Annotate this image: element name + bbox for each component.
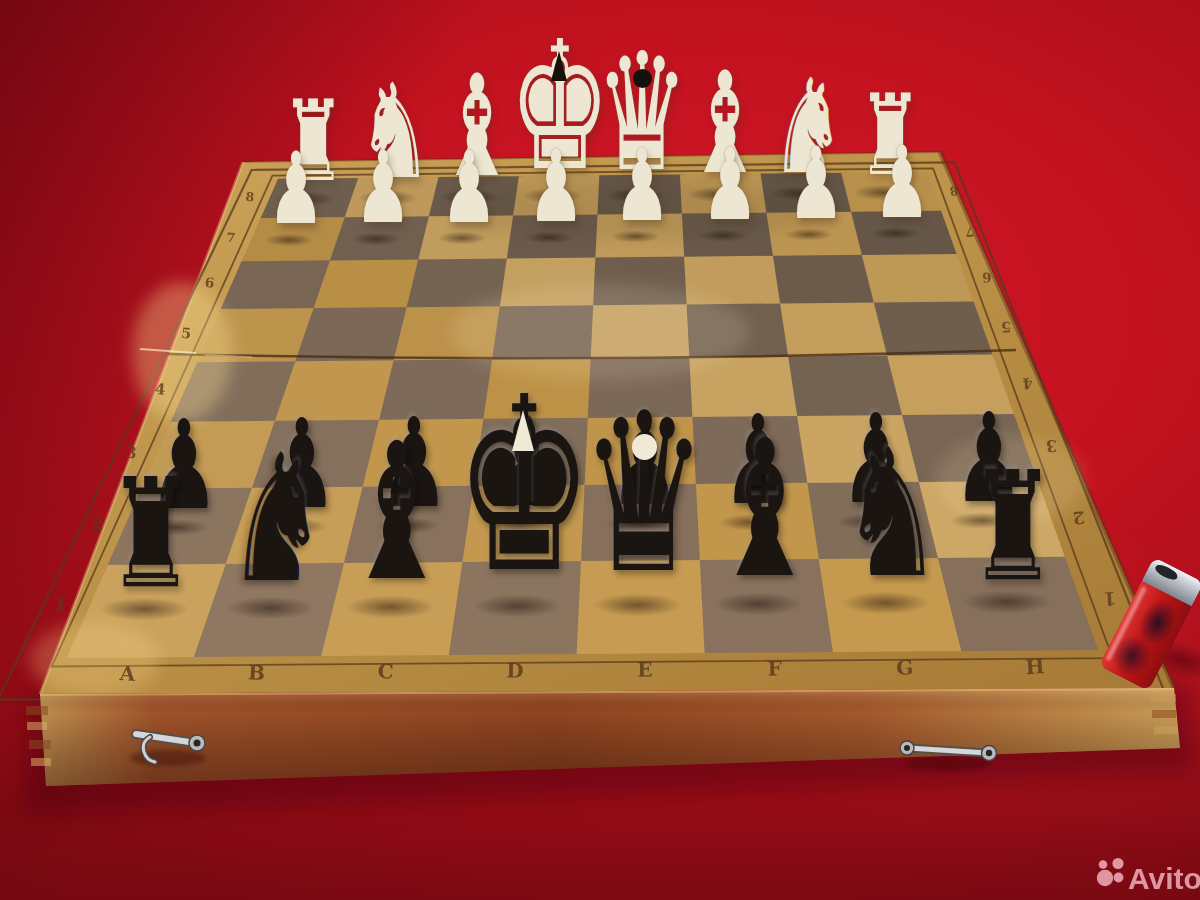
glare-spot (935, 435, 1085, 525)
square-f2 (696, 483, 827, 565)
rank-label-right-4: 4 (1022, 374, 1034, 393)
square-d1 (449, 561, 589, 655)
square-f4 (689, 357, 804, 421)
square-e1 (577, 560, 713, 654)
avito-logo-dot-tiny (1114, 873, 1124, 883)
glare-spot (132, 282, 232, 422)
rank-label-right-7: 7 (965, 224, 975, 240)
avito-logo-dot-medium (1112, 858, 1123, 869)
square-b6 (312, 259, 424, 311)
square-d2 (462, 485, 592, 567)
rank-label-right-5: 5 (1001, 319, 1012, 337)
rank-label-left-3: 3 (125, 442, 138, 462)
photo-stage: ABCDEFGH1122334455667788 (0, 0, 1200, 900)
glare-spot (30, 622, 160, 698)
square-f1 (700, 559, 841, 653)
avito-watermark: Avito (1078, 850, 1200, 900)
square-e3 (584, 417, 703, 490)
rank-label-right-3: 3 (1045, 436, 1058, 456)
square-b7 (329, 216, 434, 263)
rank-label-left-7: 7 (226, 230, 236, 246)
file-label-B: B (247, 660, 265, 685)
rank-label-right-8: 8 (949, 183, 959, 199)
file-label-C: C (377, 659, 394, 683)
square-h7 (851, 211, 958, 258)
square-b8 (344, 177, 444, 220)
file-label-G: G (896, 655, 914, 680)
glare-spot (450, 180, 830, 240)
rank-label-right-1: 1 (1103, 588, 1117, 610)
rank-label-left-1: 1 (53, 593, 68, 615)
file-label-D: D (506, 659, 524, 683)
rank-label-left-2: 2 (91, 513, 105, 534)
avito-logo-dot-large (1097, 870, 1113, 886)
square-f3 (692, 416, 815, 489)
rank-label-left-6: 6 (204, 274, 215, 291)
square-c2 (343, 486, 481, 568)
lighter-spark-wheel (1153, 562, 1179, 582)
rank-label-right-2: 2 (1072, 507, 1085, 528)
rank-label-right-6: 6 (982, 269, 993, 286)
rank-label-left-8: 8 (245, 189, 255, 205)
square-c4 (378, 359, 498, 424)
rank-label-left-5: 5 (181, 324, 192, 342)
glare-spot (450, 284, 750, 380)
square-e2 (581, 484, 708, 566)
file-label-A: A (118, 661, 137, 686)
file-label-H: H (1025, 654, 1046, 679)
file-label-F: F (767, 656, 782, 680)
left-clasp (130, 734, 206, 766)
square-c1 (321, 562, 470, 656)
dovetail-joints-right (1150, 694, 1178, 734)
lighter (1128, 545, 1200, 695)
rank-label-left-4: 4 (154, 380, 166, 399)
avito-watermark-text: Avito (1128, 862, 1200, 895)
file-label-E: E (637, 658, 653, 682)
square-h8 (841, 172, 942, 215)
square-h6 (862, 254, 975, 306)
square-c3 (362, 419, 491, 492)
avito-logo-dot-small (1099, 860, 1108, 869)
square-d3 (473, 418, 595, 491)
chess-box-board: ABCDEFGH1122334455667788 (0, 0, 1200, 900)
